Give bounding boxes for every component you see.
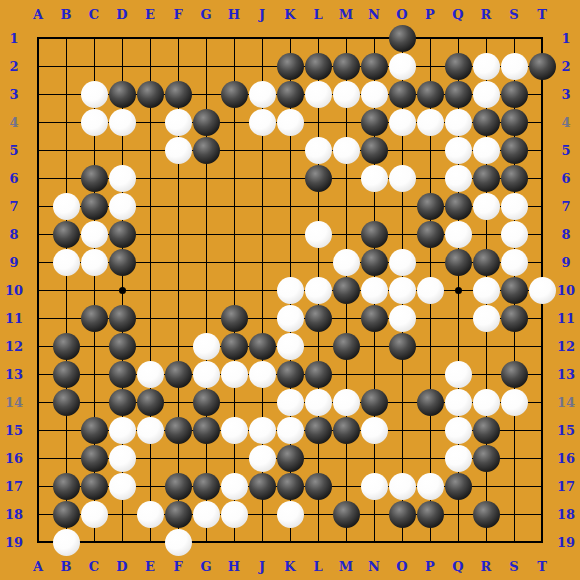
white-stone[interactable]: [445, 417, 472, 444]
white-stone[interactable]: [473, 389, 500, 416]
black-stone[interactable]: [221, 333, 248, 360]
black-stone[interactable]: [501, 81, 528, 108]
white-stone[interactable]: [445, 445, 472, 472]
white-stone[interactable]: [165, 529, 192, 556]
black-stone[interactable]: [389, 81, 416, 108]
black-stone[interactable]: [501, 361, 528, 388]
column-label-bottom: Q: [452, 560, 463, 573]
black-stone[interactable]: [361, 249, 388, 276]
black-stone[interactable]: [473, 249, 500, 276]
black-stone[interactable]: [305, 473, 332, 500]
white-stone[interactable]: [221, 417, 248, 444]
white-stone[interactable]: [361, 417, 388, 444]
row-label-left: 14: [5, 396, 23, 409]
black-stone[interactable]: [277, 473, 304, 500]
column-label-top: E: [145, 8, 155, 21]
column-label-top: Q: [452, 8, 463, 21]
black-stone[interactable]: [81, 445, 108, 472]
black-stone[interactable]: [501, 109, 528, 136]
white-stone[interactable]: [277, 333, 304, 360]
column-label-bottom: F: [173, 560, 182, 573]
black-stone[interactable]: [389, 25, 416, 52]
black-stone[interactable]: [445, 249, 472, 276]
black-stone[interactable]: [109, 249, 136, 276]
black-stone[interactable]: [445, 53, 472, 80]
white-stone[interactable]: [501, 221, 528, 248]
black-stone[interactable]: [53, 501, 80, 528]
white-stone[interactable]: [81, 109, 108, 136]
row-label-left: 12: [5, 340, 23, 353]
row-label-right: 9: [561, 256, 570, 269]
black-stone[interactable]: [361, 137, 388, 164]
white-stone[interactable]: [389, 305, 416, 332]
black-stone[interactable]: [445, 193, 472, 220]
black-stone[interactable]: [53, 361, 80, 388]
row-label-left: 19: [5, 536, 23, 549]
go-board-screenshot: { "game": "go", "board": { "size": 19, "…: [0, 0, 580, 580]
black-stone[interactable]: [109, 333, 136, 360]
white-stone[interactable]: [333, 249, 360, 276]
column-label-bottom: J: [259, 560, 265, 573]
black-stone[interactable]: [137, 389, 164, 416]
white-stone[interactable]: [277, 417, 304, 444]
white-stone[interactable]: [389, 473, 416, 500]
black-stone[interactable]: [109, 221, 136, 248]
black-stone[interactable]: [445, 473, 472, 500]
black-stone[interactable]: [333, 333, 360, 360]
white-stone[interactable]: [417, 277, 444, 304]
row-label-left: 13: [5, 368, 23, 381]
row-label-right: 12: [557, 340, 575, 353]
white-stone[interactable]: [305, 277, 332, 304]
black-stone[interactable]: [305, 165, 332, 192]
black-stone[interactable]: [501, 277, 528, 304]
star-point: [455, 287, 462, 294]
row-label-right: 19: [557, 536, 575, 549]
white-stone[interactable]: [305, 221, 332, 248]
black-stone[interactable]: [81, 193, 108, 220]
column-label-bottom: R: [481, 560, 492, 573]
black-stone[interactable]: [109, 361, 136, 388]
white-stone[interactable]: [445, 389, 472, 416]
white-stone[interactable]: [109, 165, 136, 192]
black-stone[interactable]: [333, 277, 360, 304]
column-label-top: M: [339, 8, 353, 21]
black-stone[interactable]: [305, 417, 332, 444]
white-stone[interactable]: [109, 473, 136, 500]
white-stone[interactable]: [389, 277, 416, 304]
black-stone[interactable]: [417, 389, 444, 416]
black-stone[interactable]: [417, 221, 444, 248]
white-stone[interactable]: [137, 417, 164, 444]
column-label-bottom: T: [537, 560, 547, 573]
white-stone[interactable]: [221, 501, 248, 528]
white-stone[interactable]: [137, 361, 164, 388]
black-stone[interactable]: [277, 53, 304, 80]
black-stone[interactable]: [389, 501, 416, 528]
white-stone[interactable]: [445, 109, 472, 136]
row-label-right: 3: [561, 88, 570, 101]
black-stone[interactable]: [109, 305, 136, 332]
row-label-left: 8: [9, 228, 18, 241]
white-stone[interactable]: [361, 473, 388, 500]
column-label-bottom: M: [339, 560, 353, 573]
column-label-top: T: [537, 8, 547, 21]
white-stone[interactable]: [81, 221, 108, 248]
black-stone[interactable]: [417, 81, 444, 108]
black-stone[interactable]: [361, 221, 388, 248]
black-stone[interactable]: [81, 473, 108, 500]
white-stone[interactable]: [445, 221, 472, 248]
black-stone[interactable]: [165, 417, 192, 444]
black-stone[interactable]: [193, 417, 220, 444]
go-board[interactable]: AABBCCDDEEFFGGHHJJKKLLMMNNOOPPQQRRSSTT11…: [0, 0, 580, 580]
column-label-bottom: H: [228, 560, 240, 573]
white-stone[interactable]: [305, 81, 332, 108]
column-label-top: H: [228, 8, 240, 21]
white-stone[interactable]: [417, 109, 444, 136]
column-label-bottom: N: [368, 560, 380, 573]
black-stone[interactable]: [81, 305, 108, 332]
column-label-top: B: [61, 8, 72, 21]
white-stone[interactable]: [277, 277, 304, 304]
black-stone[interactable]: [529, 53, 556, 80]
black-stone[interactable]: [501, 165, 528, 192]
column-label-bottom: S: [509, 560, 518, 573]
column-label-bottom: D: [116, 560, 127, 573]
black-stone[interactable]: [193, 389, 220, 416]
row-label-right: 15: [557, 424, 575, 437]
white-stone[interactable]: [165, 137, 192, 164]
white-stone[interactable]: [249, 445, 276, 472]
row-label-left: 9: [9, 256, 18, 269]
white-stone[interactable]: [389, 109, 416, 136]
black-stone[interactable]: [473, 165, 500, 192]
black-stone[interactable]: [501, 305, 528, 332]
row-label-right: 7: [561, 200, 570, 213]
white-stone[interactable]: [277, 389, 304, 416]
row-label-right: 8: [561, 228, 570, 241]
white-stone[interactable]: [249, 361, 276, 388]
row-label-left: 3: [9, 88, 18, 101]
column-label-top: N: [368, 8, 380, 21]
black-stone[interactable]: [53, 221, 80, 248]
black-stone[interactable]: [277, 361, 304, 388]
black-stone[interactable]: [305, 53, 332, 80]
black-stone[interactable]: [193, 109, 220, 136]
column-label-bottom: A: [33, 560, 43, 573]
row-label-right: 14: [557, 396, 575, 409]
black-stone[interactable]: [305, 361, 332, 388]
white-stone[interactable]: [193, 361, 220, 388]
white-stone[interactable]: [501, 249, 528, 276]
white-stone[interactable]: [529, 277, 556, 304]
row-label-left: 4: [9, 116, 18, 129]
white-stone[interactable]: [333, 137, 360, 164]
column-label-bottom: K: [284, 560, 295, 573]
black-stone[interactable]: [165, 81, 192, 108]
grid-line-horizontal: [37, 541, 543, 543]
white-stone[interactable]: [389, 249, 416, 276]
row-label-left: 16: [5, 452, 23, 465]
black-stone[interactable]: [333, 501, 360, 528]
white-stone[interactable]: [109, 417, 136, 444]
row-label-left: 15: [5, 424, 23, 437]
row-label-left: 17: [5, 480, 23, 493]
row-label-right: 6: [561, 172, 570, 185]
column-label-top: F: [173, 8, 182, 21]
row-label-left: 1: [9, 32, 18, 45]
row-label-left: 10: [5, 284, 23, 297]
white-stone[interactable]: [277, 501, 304, 528]
row-label-left: 18: [5, 508, 23, 521]
column-label-top: D: [116, 8, 127, 21]
black-stone[interactable]: [361, 389, 388, 416]
white-stone[interactable]: [473, 137, 500, 164]
black-stone[interactable]: [361, 109, 388, 136]
black-stone[interactable]: [221, 81, 248, 108]
white-stone[interactable]: [501, 53, 528, 80]
row-label-left: 5: [9, 144, 18, 157]
column-label-top: P: [425, 8, 435, 21]
black-stone[interactable]: [165, 361, 192, 388]
column-label-bottom: L: [313, 560, 322, 573]
black-stone[interactable]: [109, 81, 136, 108]
black-stone[interactable]: [277, 445, 304, 472]
column-label-top: A: [33, 8, 43, 21]
row-label-right: 18: [557, 508, 575, 521]
white-stone[interactable]: [221, 361, 248, 388]
row-label-right: 17: [557, 480, 575, 493]
row-label-right: 11: [557, 312, 575, 325]
black-stone[interactable]: [81, 165, 108, 192]
white-stone[interactable]: [277, 109, 304, 136]
black-stone[interactable]: [249, 473, 276, 500]
white-stone[interactable]: [473, 193, 500, 220]
column-label-bottom: P: [425, 560, 435, 573]
column-label-top: C: [89, 8, 99, 21]
row-label-right: 16: [557, 452, 575, 465]
white-stone[interactable]: [361, 277, 388, 304]
white-stone[interactable]: [473, 305, 500, 332]
column-label-top: R: [481, 8, 492, 21]
column-label-top: S: [509, 8, 518, 21]
white-stone[interactable]: [165, 109, 192, 136]
black-stone[interactable]: [333, 53, 360, 80]
white-stone[interactable]: [81, 81, 108, 108]
row-label-left: 11: [5, 312, 23, 325]
column-label-top: L: [313, 8, 322, 21]
black-stone[interactable]: [165, 501, 192, 528]
column-label-bottom: B: [61, 560, 72, 573]
white-stone[interactable]: [417, 473, 444, 500]
white-stone[interactable]: [53, 529, 80, 556]
column-label-bottom: O: [396, 560, 407, 573]
white-stone[interactable]: [473, 81, 500, 108]
black-stone[interactable]: [417, 193, 444, 220]
white-stone[interactable]: [501, 193, 528, 220]
white-stone[interactable]: [445, 165, 472, 192]
white-stone[interactable]: [333, 81, 360, 108]
white-stone[interactable]: [333, 389, 360, 416]
white-stone[interactable]: [53, 193, 80, 220]
row-label-left: 2: [9, 60, 18, 73]
white-stone[interactable]: [249, 417, 276, 444]
white-stone[interactable]: [81, 501, 108, 528]
white-stone[interactable]: [445, 137, 472, 164]
black-stone[interactable]: [473, 417, 500, 444]
column-label-bottom: E: [145, 560, 155, 573]
column-label-top: J: [259, 8, 265, 21]
black-stone[interactable]: [361, 305, 388, 332]
white-stone[interactable]: [109, 193, 136, 220]
white-stone[interactable]: [249, 81, 276, 108]
black-stone[interactable]: [109, 389, 136, 416]
column-label-bottom: G: [200, 560, 211, 573]
white-stone[interactable]: [305, 137, 332, 164]
white-stone[interactable]: [473, 277, 500, 304]
black-stone[interactable]: [53, 333, 80, 360]
black-stone[interactable]: [165, 473, 192, 500]
black-stone[interactable]: [361, 53, 388, 80]
black-stone[interactable]: [249, 333, 276, 360]
column-label-top: K: [284, 8, 295, 21]
black-stone[interactable]: [473, 501, 500, 528]
black-stone[interactable]: [277, 81, 304, 108]
black-stone[interactable]: [473, 109, 500, 136]
black-stone[interactable]: [473, 445, 500, 472]
white-stone[interactable]: [445, 361, 472, 388]
row-label-left: 7: [9, 200, 18, 213]
black-stone[interactable]: [417, 501, 444, 528]
white-stone[interactable]: [389, 165, 416, 192]
black-stone[interactable]: [193, 137, 220, 164]
row-label-right: 5: [561, 144, 570, 157]
row-label-right: 10: [557, 284, 575, 297]
black-stone[interactable]: [445, 81, 472, 108]
row-label-right: 4: [561, 116, 570, 129]
white-stone[interactable]: [53, 249, 80, 276]
row-label-right: 2: [561, 60, 570, 73]
white-stone[interactable]: [277, 305, 304, 332]
white-stone[interactable]: [249, 109, 276, 136]
black-stone[interactable]: [221, 305, 248, 332]
white-stone[interactable]: [193, 501, 220, 528]
white-stone[interactable]: [221, 473, 248, 500]
black-stone[interactable]: [389, 333, 416, 360]
white-stone[interactable]: [109, 445, 136, 472]
star-point: [119, 287, 126, 294]
white-stone[interactable]: [389, 53, 416, 80]
white-stone[interactable]: [193, 333, 220, 360]
column-label-top: G: [200, 8, 211, 21]
column-label-bottom: C: [89, 560, 99, 573]
black-stone[interactable]: [81, 417, 108, 444]
row-label-right: 1: [561, 32, 570, 45]
black-stone[interactable]: [305, 305, 332, 332]
white-stone[interactable]: [109, 109, 136, 136]
row-label-left: 6: [9, 172, 18, 185]
white-stone[interactable]: [137, 501, 164, 528]
white-stone[interactable]: [361, 81, 388, 108]
white-stone[interactable]: [81, 249, 108, 276]
black-stone[interactable]: [53, 389, 80, 416]
white-stone[interactable]: [473, 53, 500, 80]
white-stone[interactable]: [501, 389, 528, 416]
black-stone[interactable]: [53, 473, 80, 500]
black-stone[interactable]: [137, 81, 164, 108]
white-stone[interactable]: [361, 165, 388, 192]
white-stone[interactable]: [305, 389, 332, 416]
black-stone[interactable]: [333, 417, 360, 444]
row-label-right: 13: [557, 368, 575, 381]
black-stone[interactable]: [501, 137, 528, 164]
black-stone[interactable]: [193, 473, 220, 500]
column-label-top: O: [396, 8, 407, 21]
